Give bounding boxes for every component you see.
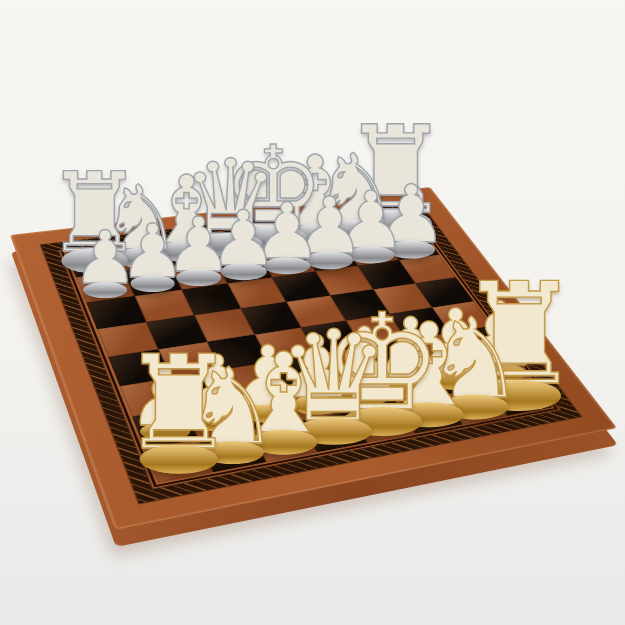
board-surface (10, 187, 617, 530)
studio-backdrop: ♜♞♝♛♚♝♞♜♟♟♟♟♟♟♟♟♟♟♟♟♟♟♟♟♜♞♝♛♚♝♞♜ (0, 0, 625, 625)
